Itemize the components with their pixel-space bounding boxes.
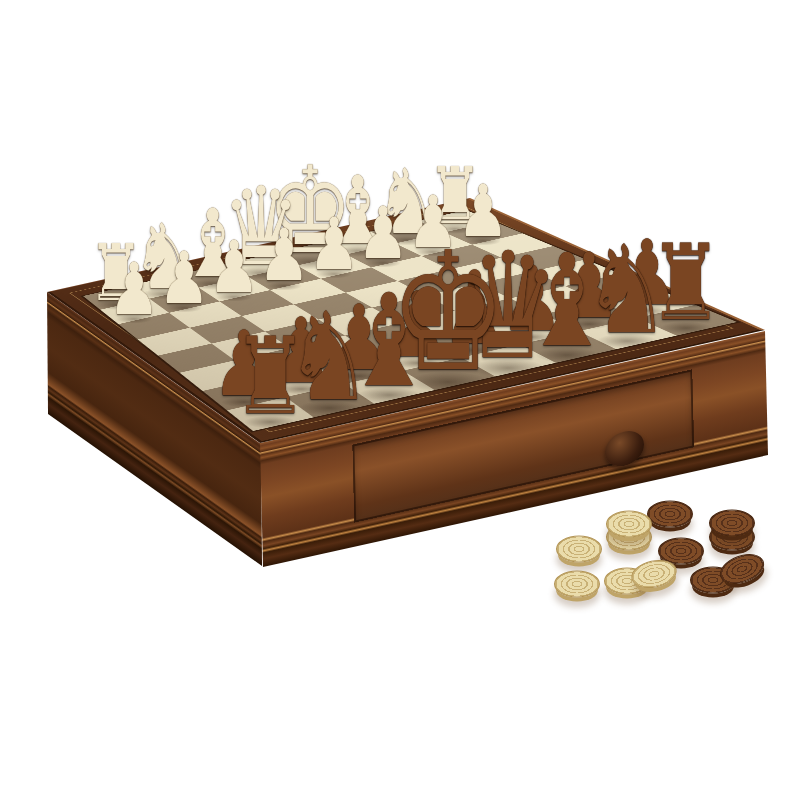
- white-pawn-glyph: ♟: [158, 242, 210, 314]
- product-photo-scene: ♜♞♝♛♚♝♞♜♟♟♟♟♟♟♟♟♟♟♟♟♟♟♟♟♜♞♝♚♛♝♞♜: [0, 0, 800, 800]
- dark-rook-glyph: ♜: [232, 324, 308, 430]
- checker-disc-light[interactable]: [556, 536, 602, 563]
- drawer-knob[interactable]: [605, 427, 645, 470]
- white-pawn-glyph: ♟: [208, 231, 260, 303]
- checker-disc-light[interactable]: [606, 511, 652, 538]
- white-pawn-glyph: ♟: [258, 219, 310, 291]
- checker-disc-dark[interactable]: [647, 501, 693, 528]
- checker-disc-dark[interactable]: [709, 510, 755, 537]
- white-pawn-glyph: ♟: [108, 253, 160, 325]
- checker-disc-light[interactable]: [554, 571, 600, 598]
